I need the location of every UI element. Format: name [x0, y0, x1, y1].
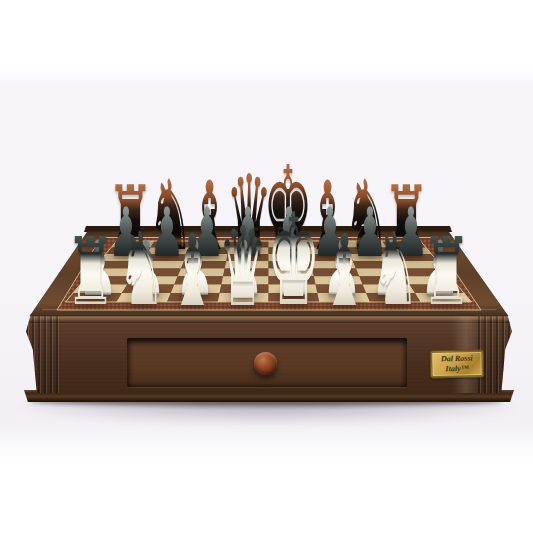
brand-plaque: Dal Rossi Italy™ — [430, 349, 485, 378]
brand-origin: Italy™ — [431, 363, 483, 374]
studio-backdrop — [0, 0, 533, 533]
chess-set-photo: Dal Rossi Italy™ ♜♞♝♛♚♝♞♜♟♟♟♟♟♟♟♟♟♟♟♟♟♟♟… — [0, 0, 533, 533]
box-top-rim — [26, 314, 512, 323]
drawer-knob — [254, 352, 277, 375]
